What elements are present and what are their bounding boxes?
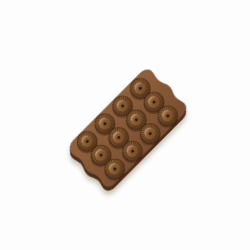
product-photo-stage (0, 0, 250, 250)
product-photo (0, 0, 250, 250)
